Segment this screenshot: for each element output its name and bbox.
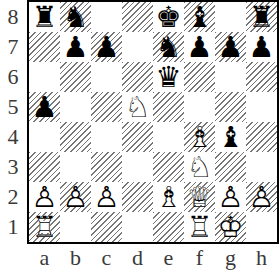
piece-black-rook[interactable]: ♜ <box>246 2 277 32</box>
square-a4[interactable] <box>29 122 60 152</box>
square-g1[interactable]: ♚♔ <box>215 212 246 242</box>
piece-white-knight[interactable]: ♞♘ <box>122 92 153 122</box>
piece-white-pawn-outline: ♙ <box>60 182 91 212</box>
square-h6[interactable] <box>246 62 277 92</box>
square-f8[interactable]: ♝ <box>184 2 215 32</box>
file-label-a: a <box>29 245 60 271</box>
rank-label-7: 7 <box>0 32 26 62</box>
piece-white-pawn[interactable]: ♟♙ <box>215 182 246 212</box>
square-a7[interactable] <box>29 32 60 62</box>
rank-label-6: 6 <box>0 62 26 92</box>
piece-white-pawn[interactable]: ♟♙ <box>246 182 277 212</box>
square-h4[interactable] <box>246 122 277 152</box>
square-b1[interactable] <box>60 212 91 242</box>
square-h3[interactable] <box>246 152 277 182</box>
square-e4[interactable] <box>153 122 184 152</box>
square-c1[interactable] <box>91 212 122 242</box>
square-c2[interactable]: ♟♙ <box>91 182 122 212</box>
square-g6[interactable] <box>215 62 246 92</box>
file-label-b: b <box>60 245 91 271</box>
square-f4[interactable]: ♝♗ <box>184 122 215 152</box>
square-f3[interactable]: ♞♘ <box>184 152 215 182</box>
square-f6[interactable] <box>184 62 215 92</box>
square-c5[interactable] <box>91 92 122 122</box>
piece-black-pawn[interactable]: ♟ <box>29 92 60 122</box>
piece-white-king-outline: ♔ <box>215 212 246 242</box>
file-label-h: h <box>246 245 277 271</box>
square-a6[interactable] <box>29 62 60 92</box>
piece-white-rook[interactable]: ♜♖ <box>29 212 60 242</box>
piece-white-rook[interactable]: ♜♖ <box>184 212 215 242</box>
file-label-c: c <box>91 245 122 271</box>
piece-black-knight[interactable]: ♞ <box>153 32 184 62</box>
file-label-e: e <box>153 245 184 271</box>
square-d6[interactable] <box>122 62 153 92</box>
chess-diagram: 87654321 ♜♞♚♝♜♟♟♞♟♟♟♛♟♞♘♝♗♝♞♘♟♙♟♙♟♙♝♗♛♕♟… <box>0 0 279 280</box>
square-d2[interactable] <box>122 182 153 212</box>
file-label-d: d <box>122 245 153 271</box>
rank-label-5: 5 <box>0 92 26 122</box>
piece-black-bishop[interactable]: ♝ <box>184 2 215 32</box>
piece-white-queen-outline: ♕ <box>184 182 215 212</box>
piece-black-pawn[interactable]: ♟ <box>246 32 277 62</box>
square-f7[interactable]: ♟ <box>184 32 215 62</box>
piece-white-bishop[interactable]: ♝♗ <box>184 122 215 152</box>
file-label-g: g <box>215 245 246 271</box>
piece-black-knight[interactable]: ♞ <box>60 2 91 32</box>
piece-white-rook-outline: ♖ <box>29 212 60 242</box>
chess-board: ♜♞♚♝♜♟♟♞♟♟♟♛♟♞♘♝♗♝♞♘♟♙♟♙♟♙♝♗♛♕♟♙♟♙♜♖♜♖♚♔ <box>27 0 279 244</box>
square-a8[interactable]: ♜ <box>29 2 60 32</box>
piece-black-bishop[interactable]: ♝ <box>215 122 246 152</box>
square-b6[interactable] <box>60 62 91 92</box>
rank-labels: 87654321 <box>0 2 26 242</box>
piece-black-rook[interactable]: ♜ <box>29 2 60 32</box>
square-g2[interactable]: ♟♙ <box>215 182 246 212</box>
square-c3[interactable] <box>91 152 122 182</box>
piece-white-bishop-outline: ♗ <box>184 122 215 152</box>
square-e8[interactable]: ♚ <box>153 2 184 32</box>
rank-label-2: 2 <box>0 182 26 212</box>
rank-label-1: 1 <box>0 212 26 242</box>
piece-white-pawn-outline: ♙ <box>215 182 246 212</box>
file-labels: abcdefgh <box>29 245 277 271</box>
piece-white-pawn[interactable]: ♟♙ <box>91 182 122 212</box>
square-e5[interactable] <box>153 92 184 122</box>
square-d5[interactable]: ♞♘ <box>122 92 153 122</box>
square-c6[interactable] <box>91 62 122 92</box>
square-a5[interactable]: ♟ <box>29 92 60 122</box>
square-e1[interactable] <box>153 212 184 242</box>
square-a2[interactable]: ♟♙ <box>29 182 60 212</box>
piece-white-rook-outline: ♖ <box>184 212 215 242</box>
piece-black-pawn[interactable]: ♟ <box>60 32 91 62</box>
square-g5[interactable] <box>215 92 246 122</box>
rank-label-8: 8 <box>0 2 26 32</box>
square-h1[interactable] <box>246 212 277 242</box>
square-f5[interactable] <box>184 92 215 122</box>
square-b8[interactable]: ♞ <box>60 2 91 32</box>
square-e3[interactable] <box>153 152 184 182</box>
square-d8[interactable] <box>122 2 153 32</box>
piece-black-queen[interactable]: ♛ <box>153 62 184 92</box>
square-c8[interactable] <box>91 2 122 32</box>
square-b2[interactable]: ♟♙ <box>60 182 91 212</box>
square-h8[interactable]: ♜ <box>246 2 277 32</box>
piece-white-pawn[interactable]: ♟♙ <box>29 182 60 212</box>
rank-label-3: 3 <box>0 152 26 182</box>
square-f1[interactable]: ♜♖ <box>184 212 215 242</box>
square-b5[interactable] <box>60 92 91 122</box>
piece-white-queen[interactable]: ♛♕ <box>184 182 215 212</box>
square-e7[interactable]: ♞ <box>153 32 184 62</box>
square-g3[interactable] <box>215 152 246 182</box>
piece-white-bishop-outline: ♗ <box>153 182 184 212</box>
square-b3[interactable] <box>60 152 91 182</box>
piece-black-pawn[interactable]: ♟ <box>184 32 215 62</box>
square-g8[interactable] <box>215 2 246 32</box>
file-label-f: f <box>184 245 215 271</box>
square-c4[interactable] <box>91 122 122 152</box>
rank-label-4: 4 <box>0 122 26 152</box>
piece-white-pawn-outline: ♙ <box>246 182 277 212</box>
square-e6[interactable]: ♛ <box>153 62 184 92</box>
square-a3[interactable] <box>29 152 60 182</box>
square-e2[interactable]: ♝♗ <box>153 182 184 212</box>
square-d3[interactable] <box>122 152 153 182</box>
square-b4[interactable] <box>60 122 91 152</box>
square-c7[interactable]: ♟ <box>91 32 122 62</box>
square-d1[interactable] <box>122 212 153 242</box>
square-h2[interactable]: ♟♙ <box>246 182 277 212</box>
piece-white-king[interactable]: ♚♔ <box>215 212 246 242</box>
square-d4[interactable] <box>122 122 153 152</box>
piece-white-pawn-outline: ♙ <box>91 182 122 212</box>
square-g7[interactable]: ♟ <box>215 32 246 62</box>
piece-white-pawn[interactable]: ♟♙ <box>60 182 91 212</box>
piece-black-king[interactable]: ♚ <box>153 2 184 32</box>
piece-white-bishop[interactable]: ♝♗ <box>153 182 184 212</box>
square-b7[interactable]: ♟ <box>60 32 91 62</box>
piece-white-knight[interactable]: ♞♘ <box>184 152 215 182</box>
square-g4[interactable]: ♝ <box>215 122 246 152</box>
square-d7[interactable] <box>122 32 153 62</box>
piece-white-pawn-outline: ♙ <box>29 182 60 212</box>
square-a1[interactable]: ♜♖ <box>29 212 60 242</box>
square-f2[interactable]: ♛♕ <box>184 182 215 212</box>
piece-black-pawn[interactable]: ♟ <box>91 32 122 62</box>
piece-white-knight-outline: ♘ <box>184 152 215 182</box>
piece-black-pawn[interactable]: ♟ <box>215 32 246 62</box>
piece-white-knight-outline: ♘ <box>122 92 153 122</box>
square-h7[interactable]: ♟ <box>246 32 277 62</box>
square-h5[interactable] <box>246 92 277 122</box>
